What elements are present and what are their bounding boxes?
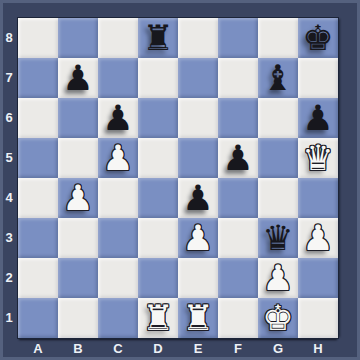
square-a8[interactable]	[18, 18, 58, 58]
square-a6[interactable]	[18, 98, 58, 138]
square-d6[interactable]	[138, 98, 178, 138]
rank-label-5: 5	[0, 138, 18, 178]
square-g8[interactable]	[258, 18, 298, 58]
square-h6[interactable]: ♟	[298, 98, 338, 138]
square-f6[interactable]	[218, 98, 258, 138]
square-e6[interactable]	[178, 98, 218, 138]
square-f1[interactable]	[218, 298, 258, 338]
square-b7[interactable]: ♟	[58, 58, 98, 98]
rank-label-3: 3	[0, 218, 18, 258]
square-b2[interactable]	[58, 258, 98, 298]
square-b3[interactable]	[58, 218, 98, 258]
square-c4[interactable]	[98, 178, 138, 218]
black-pawn[interactable]: ♟	[302, 98, 333, 138]
square-f5[interactable]: ♟	[218, 138, 258, 178]
square-h2[interactable]	[298, 258, 338, 298]
black-rook[interactable]: ♜	[142, 18, 173, 58]
white-pawn[interactable]: ♟	[62, 178, 93, 218]
black-queen[interactable]: ♛	[262, 218, 293, 258]
square-h1[interactable]	[298, 298, 338, 338]
file-label-d: D	[138, 339, 178, 360]
square-c1[interactable]	[98, 298, 138, 338]
file-label-g: G	[258, 339, 298, 360]
white-king[interactable]: ♚	[262, 298, 293, 338]
square-g2[interactable]: ♟	[258, 258, 298, 298]
square-e3[interactable]: ♟	[178, 218, 218, 258]
file-label-e: E	[178, 339, 218, 360]
square-c3[interactable]	[98, 218, 138, 258]
square-d2[interactable]	[138, 258, 178, 298]
chess-board: ♜♚♟♝♟♟♟♟♛♟♟♟♛♟♟♜♜♚	[18, 18, 338, 338]
square-d8[interactable]: ♜	[138, 18, 178, 58]
rank-label-1: 1	[0, 298, 18, 338]
square-d3[interactable]	[138, 218, 178, 258]
square-a1[interactable]	[18, 298, 58, 338]
square-d7[interactable]	[138, 58, 178, 98]
rank-label-6: 6	[0, 98, 18, 138]
square-h4[interactable]	[298, 178, 338, 218]
rank-label-2: 2	[0, 258, 18, 298]
file-label-c: C	[98, 339, 138, 360]
square-b4[interactable]: ♟	[58, 178, 98, 218]
square-b1[interactable]	[58, 298, 98, 338]
square-f2[interactable]	[218, 258, 258, 298]
square-a7[interactable]	[18, 58, 58, 98]
square-g7[interactable]: ♝	[258, 58, 298, 98]
square-c5[interactable]: ♟	[98, 138, 138, 178]
white-rook[interactable]: ♜	[142, 298, 173, 338]
white-pawn[interactable]: ♟	[262, 258, 293, 298]
chess-board-frame: ♜♚♟♝♟♟♟♟♛♟♟♟♛♟♟♜♜♚ 87654321 ABCDEFGH	[0, 0, 360, 360]
square-f8[interactable]	[218, 18, 258, 58]
square-b8[interactable]	[58, 18, 98, 58]
square-g1[interactable]: ♚	[258, 298, 298, 338]
square-e2[interactable]	[178, 258, 218, 298]
square-h8[interactable]: ♚	[298, 18, 338, 58]
white-queen[interactable]: ♛	[302, 138, 333, 178]
black-pawn[interactable]: ♟	[182, 178, 213, 218]
square-c2[interactable]	[98, 258, 138, 298]
file-label-a: A	[18, 339, 58, 360]
square-a4[interactable]	[18, 178, 58, 218]
black-pawn[interactable]: ♟	[62, 58, 93, 98]
square-c7[interactable]	[98, 58, 138, 98]
white-pawn[interactable]: ♟	[302, 218, 333, 258]
white-rook[interactable]: ♜	[182, 298, 213, 338]
square-f4[interactable]	[218, 178, 258, 218]
square-a5[interactable]	[18, 138, 58, 178]
rank-label-7: 7	[0, 58, 18, 98]
square-c6[interactable]: ♟	[98, 98, 138, 138]
square-a2[interactable]	[18, 258, 58, 298]
square-g4[interactable]	[258, 178, 298, 218]
square-d4[interactable]	[138, 178, 178, 218]
square-g6[interactable]	[258, 98, 298, 138]
rank-label-8: 8	[0, 18, 18, 58]
black-pawn[interactable]: ♟	[222, 138, 253, 178]
square-f3[interactable]	[218, 218, 258, 258]
square-b6[interactable]	[58, 98, 98, 138]
square-h5[interactable]: ♛	[298, 138, 338, 178]
file-label-b: B	[58, 339, 98, 360]
square-b5[interactable]	[58, 138, 98, 178]
square-h7[interactable]	[298, 58, 338, 98]
square-e5[interactable]	[178, 138, 218, 178]
black-bishop[interactable]: ♝	[262, 58, 293, 98]
square-a3[interactable]	[18, 218, 58, 258]
square-f7[interactable]	[218, 58, 258, 98]
rank-label-4: 4	[0, 178, 18, 218]
square-e1[interactable]: ♜	[178, 298, 218, 338]
file-labels: ABCDEFGH	[18, 339, 338, 360]
black-king[interactable]: ♚	[302, 18, 333, 58]
square-g3[interactable]: ♛	[258, 218, 298, 258]
square-e8[interactable]	[178, 18, 218, 58]
white-pawn[interactable]: ♟	[102, 138, 133, 178]
square-d5[interactable]	[138, 138, 178, 178]
square-d1[interactable]: ♜	[138, 298, 178, 338]
black-pawn[interactable]: ♟	[102, 98, 133, 138]
file-label-h: H	[298, 339, 338, 360]
file-label-f: F	[218, 339, 258, 360]
square-e7[interactable]	[178, 58, 218, 98]
square-e4[interactable]: ♟	[178, 178, 218, 218]
square-h3[interactable]: ♟	[298, 218, 338, 258]
square-g5[interactable]	[258, 138, 298, 178]
white-pawn[interactable]: ♟	[182, 218, 213, 258]
rank-labels: 87654321	[0, 18, 18, 338]
square-c8[interactable]	[98, 18, 138, 58]
